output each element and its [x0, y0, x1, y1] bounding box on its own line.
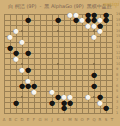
white-stone-D14: ● — [19, 39, 25, 45]
file-coordinates: ABCDEFGHJKLMNOPQRST — [1, 117, 115, 123]
black-stone-Q8: ● — [91, 72, 97, 78]
white-stone-R16: ● — [97, 28, 103, 34]
black-stone-C3: ● — [13, 100, 19, 106]
intersection-E9[interactable]: ● — [25, 67, 31, 73]
white-stone-C11: ● — [13, 56, 19, 62]
go-game-screenshot: { "game": "go", "header": { "white": "白 … — [0, 0, 120, 126]
intersection-S18[interactable]: ● — [103, 18, 109, 24]
intersection-C11[interactable]: ● — [13, 56, 19, 62]
watermark-text: weiqi — [103, 0, 119, 7]
intersection-R16[interactable]: ● — [97, 29, 103, 35]
white-stone-C16: ● — [13, 28, 19, 34]
intersection-E12[interactable]: ● — [25, 51, 31, 57]
intersection-M3[interactable]: ● — [67, 100, 73, 106]
white-stone-B15: ● — [7, 34, 13, 40]
intersection-C16[interactable]: ● — [13, 29, 19, 35]
black-stone-Q6: ● — [91, 83, 97, 89]
players-separator: - — [40, 3, 42, 9]
go-board-container: ●●●●●●●●●●●●●●●●●●●●●●●●●●●●●●●●●●●●●●●●… — [1, 12, 115, 117]
white-stone-Q15: ● — [91, 34, 97, 40]
black-stone-E12: ● — [25, 50, 31, 56]
white-stone-F5: ● — [31, 89, 37, 95]
go-board[interactable]: ●●●●●●●●●●●●●●●●●●●●●●●●●●●●●●●●●●●●●●●●… — [1, 12, 115, 117]
black-stone-J3: ● — [49, 100, 55, 106]
intersection-F5[interactable]: ● — [31, 89, 37, 95]
white-stone-P4: ● — [85, 94, 91, 100]
black-stone-L2: ● — [61, 105, 67, 111]
intersection-S2[interactable]: ● — [103, 106, 109, 112]
black-stone-K18: ● — [55, 17, 61, 23]
file-label-T: T — [109, 117, 115, 123]
intersection-J3[interactable]: ● — [49, 100, 55, 106]
intersection-B15[interactable]: ● — [7, 34, 13, 40]
intersection-K18[interactable]: ● — [55, 18, 61, 24]
rank-coordinates: 19181716151413121110987654321 — [116, 12, 120, 117]
intersection-Q15[interactable]: ● — [91, 34, 97, 40]
black-stone-S18: ● — [103, 17, 109, 23]
rank-label-1: 1 — [116, 111, 120, 117]
intersection-E18[interactable]: ● — [25, 18, 31, 24]
black-player-label: 黑 AlphaGo (9P) — [44, 3, 83, 9]
black-stone-E18: ● — [25, 17, 31, 23]
intersection-Q8[interactable]: ● — [91, 73, 97, 79]
black-stone-M3: ● — [67, 100, 73, 106]
intersection-Q6[interactable]: ● — [91, 84, 97, 90]
intersection-P4[interactable]: ● — [85, 95, 91, 101]
intersection-T1[interactable] — [109, 111, 115, 117]
white-player-label: 白 柯洁 (9P) — [8, 3, 36, 9]
intersection-L2[interactable]: ● — [61, 106, 67, 112]
game-info-header: 白 柯洁 (9P) - 黑 AlphaGo (9P) 黑棋中盘胜 weiqi — [0, 0, 120, 12]
black-stone-E9: ● — [25, 67, 31, 73]
intersection-C3[interactable]: ● — [13, 100, 19, 106]
black-stone-S2: ● — [103, 105, 109, 111]
intersection-D14[interactable]: ● — [19, 40, 25, 46]
